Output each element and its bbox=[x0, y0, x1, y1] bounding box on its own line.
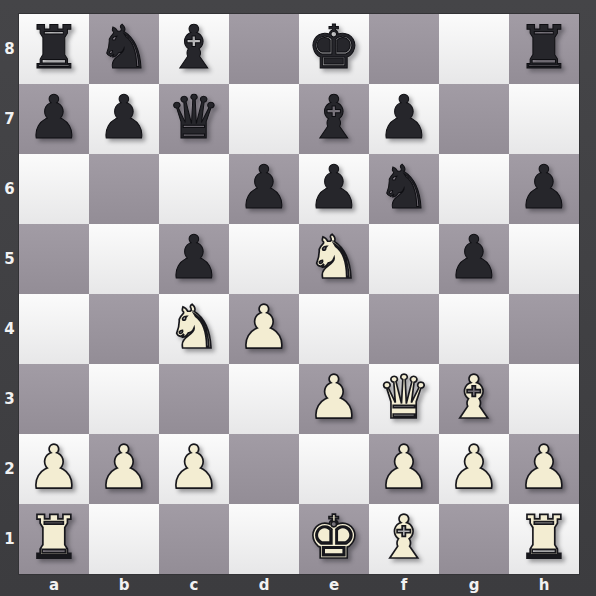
square-b2[interactable]: ♟ bbox=[89, 434, 159, 504]
rank-label-1: 1 bbox=[0, 504, 19, 574]
square-c6[interactable] bbox=[159, 154, 229, 224]
piece-black-king: ♚ bbox=[307, 17, 361, 77]
file-label-h: h bbox=[509, 574, 579, 596]
square-b6[interactable] bbox=[89, 154, 159, 224]
square-c7[interactable]: ♛ bbox=[159, 84, 229, 154]
piece-white-bishop: ♝ bbox=[447, 367, 501, 427]
square-b4[interactable] bbox=[89, 294, 159, 364]
piece-white-pawn: ♟ bbox=[27, 437, 81, 497]
square-e1[interactable]: ♚ bbox=[299, 504, 369, 574]
piece-white-pawn: ♟ bbox=[237, 297, 291, 357]
piece-black-pawn: ♟ bbox=[27, 87, 81, 147]
piece-black-pawn: ♟ bbox=[237, 157, 291, 217]
square-c8[interactable]: ♝ bbox=[159, 14, 229, 84]
file-label-e: e bbox=[299, 574, 369, 596]
square-f2[interactable]: ♟ bbox=[369, 434, 439, 504]
square-a5[interactable] bbox=[19, 224, 89, 294]
square-a3[interactable] bbox=[19, 364, 89, 434]
piece-white-knight: ♞ bbox=[167, 297, 221, 357]
piece-black-knight: ♞ bbox=[97, 17, 151, 77]
square-e7[interactable]: ♝ bbox=[299, 84, 369, 154]
square-h4[interactable] bbox=[509, 294, 579, 364]
rank-label-7: 7 bbox=[0, 84, 19, 154]
square-c5[interactable]: ♟ bbox=[159, 224, 229, 294]
piece-black-pawn: ♟ bbox=[307, 157, 361, 217]
square-f5[interactable] bbox=[369, 224, 439, 294]
rank-label-6: 6 bbox=[0, 154, 19, 224]
square-d2[interactable] bbox=[229, 434, 299, 504]
piece-white-pawn: ♟ bbox=[97, 437, 151, 497]
square-g6[interactable] bbox=[439, 154, 509, 224]
square-g8[interactable] bbox=[439, 14, 509, 84]
square-b7[interactable]: ♟ bbox=[89, 84, 159, 154]
piece-white-king: ♚ bbox=[307, 507, 361, 567]
square-a7[interactable]: ♟ bbox=[19, 84, 89, 154]
file-label-d: d bbox=[229, 574, 299, 596]
square-c2[interactable]: ♟ bbox=[159, 434, 229, 504]
square-d3[interactable] bbox=[229, 364, 299, 434]
piece-black-queen: ♛ bbox=[167, 87, 221, 147]
square-e8[interactable]: ♚ bbox=[299, 14, 369, 84]
square-b3[interactable] bbox=[89, 364, 159, 434]
square-f3[interactable]: ♛ bbox=[369, 364, 439, 434]
square-d1[interactable] bbox=[229, 504, 299, 574]
file-labels: abcdefgh bbox=[19, 574, 579, 596]
square-c3[interactable] bbox=[159, 364, 229, 434]
piece-white-pawn: ♟ bbox=[377, 437, 431, 497]
piece-black-pawn: ♟ bbox=[167, 227, 221, 287]
piece-black-rook: ♜ bbox=[517, 17, 571, 77]
square-e6[interactable]: ♟ bbox=[299, 154, 369, 224]
rank-label-5: 5 bbox=[0, 224, 19, 294]
piece-white-pawn: ♟ bbox=[307, 367, 361, 427]
square-d7[interactable] bbox=[229, 84, 299, 154]
square-a8[interactable]: ♜ bbox=[19, 14, 89, 84]
board-frame: 87654321 ♜♞♝♚♜♟♟♛♝♟♟♟♞♟♟♞♟♞♟♟♛♝♟♟♟♟♟♟♜♚♝… bbox=[0, 0, 596, 596]
square-h8[interactable]: ♜ bbox=[509, 14, 579, 84]
chess-board: ♜♞♝♚♜♟♟♛♝♟♟♟♞♟♟♞♟♞♟♟♛♝♟♟♟♟♟♟♜♚♝♜ bbox=[19, 14, 579, 574]
piece-white-pawn: ♟ bbox=[517, 437, 571, 497]
file-label-b: b bbox=[89, 574, 159, 596]
piece-white-queen: ♛ bbox=[377, 367, 431, 427]
piece-white-pawn: ♟ bbox=[167, 437, 221, 497]
square-e3[interactable]: ♟ bbox=[299, 364, 369, 434]
square-e2[interactable] bbox=[299, 434, 369, 504]
square-g3[interactable]: ♝ bbox=[439, 364, 509, 434]
square-h1[interactable]: ♜ bbox=[509, 504, 579, 574]
piece-white-rook: ♜ bbox=[27, 507, 81, 567]
piece-black-pawn: ♟ bbox=[377, 87, 431, 147]
rank-label-4: 4 bbox=[0, 294, 19, 364]
piece-black-pawn: ♟ bbox=[517, 157, 571, 217]
piece-black-bishop: ♝ bbox=[307, 87, 361, 147]
file-label-g: g bbox=[439, 574, 509, 596]
square-b8[interactable]: ♞ bbox=[89, 14, 159, 84]
square-f7[interactable]: ♟ bbox=[369, 84, 439, 154]
square-b5[interactable] bbox=[89, 224, 159, 294]
square-f1[interactable]: ♝ bbox=[369, 504, 439, 574]
square-a4[interactable] bbox=[19, 294, 89, 364]
square-h5[interactable] bbox=[509, 224, 579, 294]
square-d5[interactable] bbox=[229, 224, 299, 294]
rank-labels: 87654321 bbox=[0, 14, 19, 574]
square-a1[interactable]: ♜ bbox=[19, 504, 89, 574]
piece-black-pawn: ♟ bbox=[447, 227, 501, 287]
square-b1[interactable] bbox=[89, 504, 159, 574]
piece-white-bishop: ♝ bbox=[377, 507, 431, 567]
square-g4[interactable] bbox=[439, 294, 509, 364]
square-h3[interactable] bbox=[509, 364, 579, 434]
square-d8[interactable] bbox=[229, 14, 299, 84]
square-c1[interactable] bbox=[159, 504, 229, 574]
square-g1[interactable] bbox=[439, 504, 509, 574]
square-f6[interactable]: ♞ bbox=[369, 154, 439, 224]
file-label-a: a bbox=[19, 574, 89, 596]
piece-white-knight: ♞ bbox=[307, 227, 361, 287]
file-label-f: f bbox=[369, 574, 439, 596]
piece-black-knight: ♞ bbox=[377, 157, 431, 217]
square-d6[interactable]: ♟ bbox=[229, 154, 299, 224]
piece-black-bishop: ♝ bbox=[167, 17, 221, 77]
square-h6[interactable]: ♟ bbox=[509, 154, 579, 224]
square-g5[interactable]: ♟ bbox=[439, 224, 509, 294]
rank-label-8: 8 bbox=[0, 14, 19, 84]
square-a6[interactable] bbox=[19, 154, 89, 224]
square-a2[interactable]: ♟ bbox=[19, 434, 89, 504]
piece-white-pawn: ♟ bbox=[447, 437, 501, 497]
square-g2[interactable]: ♟ bbox=[439, 434, 509, 504]
square-f8[interactable] bbox=[369, 14, 439, 84]
rank-label-3: 3 bbox=[0, 364, 19, 434]
square-h7[interactable] bbox=[509, 84, 579, 154]
square-e4[interactable] bbox=[299, 294, 369, 364]
piece-black-rook: ♜ bbox=[27, 17, 81, 77]
square-d4[interactable]: ♟ bbox=[229, 294, 299, 364]
square-e5[interactable]: ♞ bbox=[299, 224, 369, 294]
square-c4[interactable]: ♞ bbox=[159, 294, 229, 364]
rank-label-2: 2 bbox=[0, 434, 19, 504]
square-f4[interactable] bbox=[369, 294, 439, 364]
file-label-c: c bbox=[159, 574, 229, 596]
piece-black-pawn: ♟ bbox=[97, 87, 151, 147]
piece-white-rook: ♜ bbox=[517, 507, 571, 567]
square-h2[interactable]: ♟ bbox=[509, 434, 579, 504]
square-g7[interactable] bbox=[439, 84, 509, 154]
